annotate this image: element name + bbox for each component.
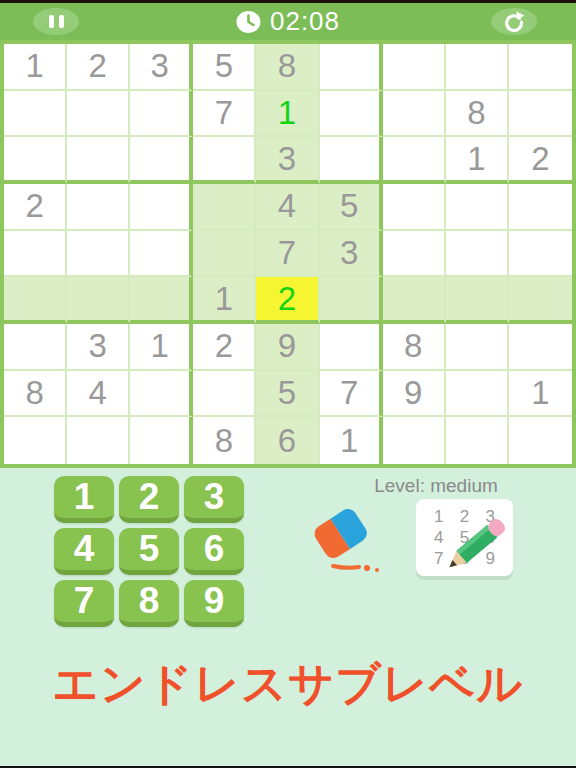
cell-r4c1[interactable]: 2 xyxy=(4,184,67,231)
cell-r3c2[interactable] xyxy=(67,137,130,184)
cell-r5c6[interactable]: 3 xyxy=(320,231,383,278)
notes-digit-3: 3 xyxy=(485,507,494,527)
cell-r2c8[interactable]: 8 xyxy=(446,91,509,138)
cell-r5c2[interactable] xyxy=(67,231,130,278)
cell-r1c6[interactable] xyxy=(320,44,383,91)
restart-icon xyxy=(502,10,526,34)
timer: 02:08 xyxy=(236,3,340,40)
keypad-button-9[interactable]: 9 xyxy=(184,580,244,627)
eraser-button[interactable] xyxy=(303,508,387,580)
cell-r6c9[interactable] xyxy=(509,277,572,324)
cell-r3c4[interactable] xyxy=(193,137,256,184)
cell-r7c2[interactable]: 3 xyxy=(67,324,130,371)
cell-r1c8[interactable] xyxy=(446,44,509,91)
cell-r4c2[interactable] xyxy=(67,184,130,231)
keypad-button-1[interactable]: 1 xyxy=(54,476,114,523)
notes-mini-grid: 123456789 xyxy=(426,506,503,570)
cell-r6c6[interactable] xyxy=(320,277,383,324)
cell-r8c6[interactable]: 7 xyxy=(320,371,383,418)
cell-r9c9[interactable] xyxy=(509,417,572,464)
cell-r4c3[interactable] xyxy=(130,184,193,231)
cell-r9c5[interactable]: 6 xyxy=(256,417,319,464)
cell-r5c8[interactable] xyxy=(446,231,509,278)
cell-r3c8[interactable]: 1 xyxy=(446,137,509,184)
cell-r1c1[interactable]: 1 xyxy=(4,44,67,91)
cell-r2c6[interactable] xyxy=(320,91,383,138)
notes-digit-4: 4 xyxy=(434,528,443,548)
cell-r1c3[interactable]: 3 xyxy=(130,44,193,91)
cell-r8c3[interactable] xyxy=(130,371,193,418)
cell-r6c4[interactable]: 1 xyxy=(193,277,256,324)
cell-r8c5[interactable]: 5 xyxy=(256,371,319,418)
cell-r5c9[interactable] xyxy=(509,231,572,278)
cell-r3c6[interactable] xyxy=(320,137,383,184)
cell-r8c4[interactable] xyxy=(193,371,256,418)
cell-r9c2[interactable] xyxy=(67,417,130,464)
cell-r1c2[interactable]: 2 xyxy=(67,44,130,91)
cell-r4c8[interactable] xyxy=(446,184,509,231)
cell-r4c5[interactable]: 4 xyxy=(256,184,319,231)
cell-r3c5[interactable]: 3 xyxy=(256,137,319,184)
cell-r7c5[interactable]: 9 xyxy=(256,324,319,371)
bottom-panel: 123456789 Level: medium 123456789 xyxy=(0,468,576,766)
notes-mode-button[interactable]: 123456789 xyxy=(416,499,513,576)
cell-r5c3[interactable] xyxy=(130,231,193,278)
cell-r8c8[interactable] xyxy=(446,371,509,418)
cell-r2c4[interactable]: 7 xyxy=(193,91,256,138)
cell-r2c9[interactable] xyxy=(509,91,572,138)
cell-r7c7[interactable]: 8 xyxy=(383,324,446,371)
level-label: Level: medium xyxy=(352,475,520,497)
cell-r3c9[interactable]: 2 xyxy=(509,137,572,184)
cell-r4c6[interactable]: 5 xyxy=(320,184,383,231)
cell-r9c4[interactable]: 8 xyxy=(193,417,256,464)
cell-r8c7[interactable]: 9 xyxy=(383,371,446,418)
restart-button[interactable] xyxy=(491,8,537,35)
notes-digit-8: 8 xyxy=(460,549,469,569)
keypad-button-3[interactable]: 3 xyxy=(184,476,244,523)
notes-digit-9: 9 xyxy=(485,549,494,569)
cell-r3c3[interactable] xyxy=(130,137,193,184)
cell-r9c7[interactable] xyxy=(383,417,446,464)
cell-r4c7[interactable] xyxy=(383,184,446,231)
keypad-button-8[interactable]: 8 xyxy=(119,580,179,627)
cell-r2c5[interactable]: 1 xyxy=(256,91,319,138)
clock-icon xyxy=(236,10,261,34)
cell-r6c1[interactable] xyxy=(4,277,67,324)
pause-icon xyxy=(49,15,54,28)
sudoku-board: 12358718312245731231298845791861 xyxy=(0,40,576,468)
keypad-button-6[interactable]: 6 xyxy=(184,528,244,575)
cell-r8c1[interactable]: 8 xyxy=(4,371,67,418)
sudoku-app-screen: 02:08 12358718312245731231298845791861 1… xyxy=(0,0,576,768)
notes-digit-7: 7 xyxy=(434,549,443,569)
cell-r7c1[interactable] xyxy=(4,324,67,371)
cell-r6c3[interactable] xyxy=(130,277,193,324)
keypad-button-4[interactable]: 4 xyxy=(54,528,114,575)
cell-r7c8[interactable] xyxy=(446,324,509,371)
cell-r9c1[interactable] xyxy=(4,417,67,464)
notes-digit-1: 1 xyxy=(434,507,443,527)
cell-r3c7[interactable] xyxy=(383,137,446,184)
eraser-icon xyxy=(303,508,387,580)
keypad-button-2[interactable]: 2 xyxy=(119,476,179,523)
notes-digit-2: 2 xyxy=(460,507,469,527)
cell-r2c7[interactable] xyxy=(383,91,446,138)
cell-r1c5[interactable]: 8 xyxy=(256,44,319,91)
cell-r1c7[interactable] xyxy=(383,44,446,91)
cell-r9c8[interactable] xyxy=(446,417,509,464)
cell-r4c9[interactable] xyxy=(509,184,572,231)
cell-r7c9[interactable] xyxy=(509,324,572,371)
header-bar: 02:08 xyxy=(0,3,576,40)
cell-r6c7[interactable] xyxy=(383,277,446,324)
cell-r6c2[interactable] xyxy=(67,277,130,324)
cell-r9c6[interactable]: 1 xyxy=(320,417,383,464)
number-pad: 123456789 xyxy=(54,476,244,627)
cell-r5c4[interactable] xyxy=(193,231,256,278)
keypad-button-7[interactable]: 7 xyxy=(54,580,114,627)
cell-r7c4[interactable]: 2 xyxy=(193,324,256,371)
cell-r5c1[interactable] xyxy=(4,231,67,278)
cell-r8c2[interactable]: 4 xyxy=(67,371,130,418)
cell-r8c9[interactable]: 1 xyxy=(509,371,572,418)
cell-r2c2[interactable] xyxy=(67,91,130,138)
cell-r5c5[interactable]: 7 xyxy=(256,231,319,278)
cell-r3c1[interactable] xyxy=(4,137,67,184)
cell-r7c3[interactable]: 1 xyxy=(130,324,193,371)
cell-r7c6[interactable] xyxy=(320,324,383,371)
cell-r5c7[interactable] xyxy=(383,231,446,278)
cell-r6c8[interactable] xyxy=(446,277,509,324)
pause-button[interactable] xyxy=(33,8,79,35)
cell-r6c5[interactable]: 2 xyxy=(256,277,319,324)
cell-r2c1[interactable] xyxy=(4,91,67,138)
footer-banner-text: エンドレスサブレベル xyxy=(0,654,576,714)
cell-r4c4[interactable] xyxy=(193,184,256,231)
cell-r1c4[interactable]: 5 xyxy=(193,44,256,91)
notes-digit-5: 5 xyxy=(460,528,469,548)
cell-r1c9[interactable] xyxy=(509,44,572,91)
notes-digit-6: 6 xyxy=(485,528,494,548)
keypad-button-5[interactable]: 5 xyxy=(119,528,179,575)
cell-r9c3[interactable] xyxy=(130,417,193,464)
cell-r2c3[interactable] xyxy=(130,91,193,138)
timer-value: 02:08 xyxy=(270,6,340,37)
